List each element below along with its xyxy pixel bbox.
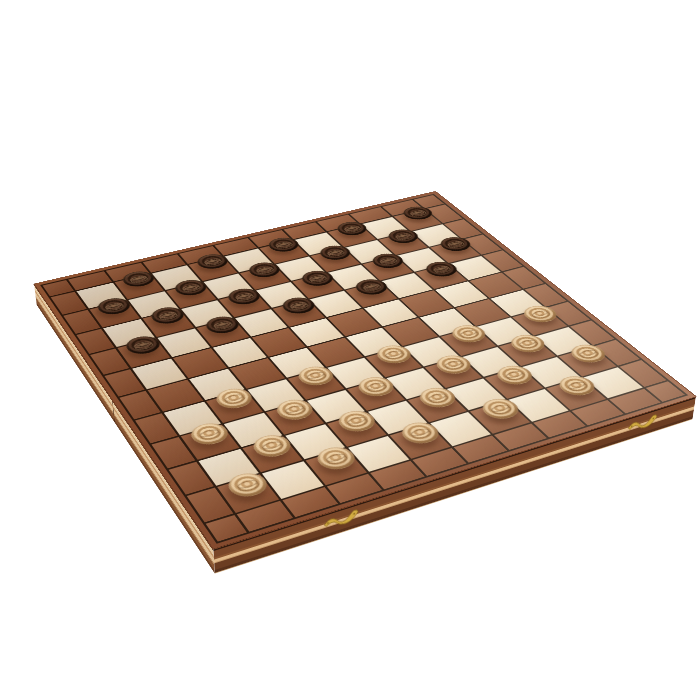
board-top-surface: ⛂⛂⛂⛂⛂⛂⛂⛂⛂⛂⛂⛂⛂⛂⛂⛂⛂⛂⛂⛂⛀⛀⛀⛀⛀⛀⛀⛀⛀⛀⛀⛀⛀⛀⛀⛀⛀⛀⛀⛀ [34, 191, 696, 549]
board-grid: ⛂⛂⛂⛂⛂⛂⛂⛂⛂⛂⛂⛂⛂⛂⛂⛂⛂⛂⛂⛂⛀⛀⛀⛀⛀⛀⛀⛀⛀⛀⛀⛀⛀⛀⛀⛀⛀⛀⛀⛀ [40, 194, 688, 544]
board-frame: ⛂⛂⛂⛂⛂⛂⛂⛂⛂⛂⛂⛂⛂⛂⛂⛂⛂⛂⛂⛂⛀⛀⛀⛀⛀⛀⛀⛀⛀⛀⛀⛀⛀⛀⛀⛀⛀⛀⛀⛀ [34, 191, 696, 549]
dark-man-square-16[interactable]: ⛂ [122, 333, 164, 356]
square-11[interactable]: ⛂ [143, 310, 195, 337]
draughts-board: ⛂⛂⛂⛂⛂⛂⛂⛂⛂⛂⛂⛂⛂⛂⛂⛂⛂⛂⛂⛂⛀⛀⛀⛀⛀⛀⛀⛀⛀⛀⛀⛀⛀⛀⛀⛀⛀⛀⛀⛀ [35, 201, 694, 561]
product-photo-scene: ⛂⛂⛂⛂⛂⛂⛂⛂⛂⛂⛂⛂⛂⛂⛂⛂⛂⛂⛂⛂⛀⛀⛀⛀⛀⛀⛀⛀⛀⛀⛀⛀⛀⛀⛀⛀⛀⛀⛀⛀ [0, 0, 700, 700]
light-man-square-34[interactable]: ⛀ [447, 322, 492, 345]
light-man-square-41[interactable]: ⛀ [248, 432, 296, 461]
